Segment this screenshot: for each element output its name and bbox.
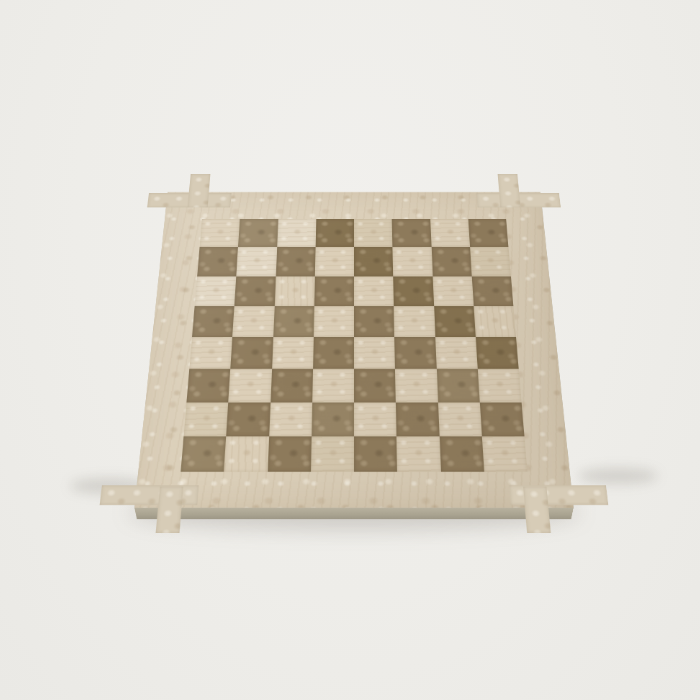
square-a4 [189,337,232,369]
square-f6 [393,276,433,306]
square-h7 [470,247,511,276]
bracket-stub-top-face [187,174,210,207]
square-f4 [395,337,437,369]
square-e4 [354,337,395,369]
square-c5 [273,306,314,337]
square-h3 [478,369,522,402]
square-g7 [431,247,471,276]
square-e5 [354,306,395,337]
square-g8 [430,219,470,247]
square-b2 [226,402,270,436]
board-grid [181,219,528,472]
square-d8 [315,219,354,247]
square-f3 [395,369,438,402]
square-f8 [392,219,431,247]
square-c1 [267,436,311,471]
square-c4 [272,337,314,369]
square-a3 [187,369,231,402]
square-a2 [184,402,229,436]
square-g5 [434,306,476,337]
square-d1 [311,436,354,471]
square-f7 [393,247,433,276]
square-h4 [476,337,519,369]
square-e2 [354,402,397,436]
square-c3 [270,369,313,402]
square-b8 [238,219,278,247]
chess-board [134,192,573,507]
square-d6 [314,276,354,306]
square-a8 [200,219,240,247]
board-front-edge-face [134,508,573,520]
square-e8 [354,219,393,247]
square-a1 [181,436,227,471]
square-h8 [468,219,508,247]
square-f5 [394,306,435,337]
square-d4 [313,337,354,369]
bracket-shadow-right [578,468,658,484]
square-h1 [482,436,528,471]
square-f1 [397,436,441,471]
board-slab [134,192,573,507]
square-e7 [354,247,393,276]
square-a6 [195,276,237,306]
square-h2 [480,402,525,436]
square-g3 [436,369,479,402]
square-e3 [354,369,396,402]
square-h5 [474,306,516,337]
square-b7 [236,247,276,276]
photo-backdrop [0,0,700,700]
square-a5 [192,306,234,337]
square-g6 [432,276,473,306]
square-g4 [435,337,478,369]
square-c7 [276,247,316,276]
square-h6 [472,276,514,306]
square-g2 [438,402,482,436]
square-d2 [311,402,354,436]
square-d7 [315,247,354,276]
square-b4 [230,337,273,369]
square-e6 [354,276,394,306]
square-b3 [228,369,271,402]
square-a7 [197,247,238,276]
square-b6 [234,276,275,306]
square-c8 [277,219,316,247]
square-c6 [274,276,314,306]
bracket-stub-top-face [498,174,521,207]
square-d5 [314,306,355,337]
square-c2 [269,402,312,436]
square-f2 [396,402,439,436]
square-d3 [312,369,354,402]
square-e1 [354,436,397,471]
square-b5 [233,306,275,337]
square-b1 [224,436,269,471]
square-g1 [439,436,484,471]
